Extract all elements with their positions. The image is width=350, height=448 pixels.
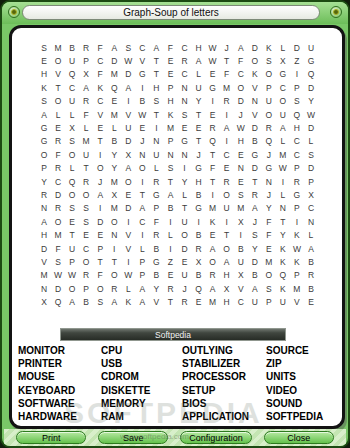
- grid-cell-r12c10[interactable]: A: [163, 188, 177, 201]
- grid-cell-r19c20[interactable]: B: [304, 282, 318, 295]
- grid-cell-r2c13[interactable]: W: [206, 54, 220, 67]
- grid-cell-r9c14[interactable]: C: [220, 148, 234, 161]
- grid-cell-r18c3[interactable]: W: [65, 269, 79, 282]
- grid-cell-r17c4[interactable]: O: [79, 255, 93, 268]
- grid-cell-r10c12[interactable]: G: [192, 162, 206, 175]
- grid-cell-r7c3[interactable]: X: [65, 121, 79, 134]
- grid-cell-r19c3[interactable]: O: [65, 282, 79, 295]
- grid-cell-r19c7[interactable]: L: [121, 282, 135, 295]
- grid-cell-r11c18[interactable]: I: [276, 175, 290, 188]
- grid-cell-r1c8[interactable]: C: [135, 41, 149, 54]
- grid-cell-r1c9[interactable]: A: [149, 41, 163, 54]
- grid-cell-r1c6[interactable]: A: [107, 41, 121, 54]
- grid-cell-r2c11[interactable]: R: [178, 54, 192, 67]
- grid-cell-r13c10[interactable]: B: [163, 202, 177, 215]
- grid-cell-r19c19[interactable]: M: [290, 282, 304, 295]
- grid-cell-r6c12[interactable]: T: [192, 108, 206, 121]
- grid-cell-r20c12[interactable]: E: [192, 295, 206, 308]
- grid-cell-r16c15[interactable]: B: [234, 242, 248, 255]
- grid-cell-r11c14[interactable]: R: [220, 175, 234, 188]
- grid-cell-r17c12[interactable]: X: [192, 255, 206, 268]
- grid-cell-r13c11[interactable]: T: [178, 202, 192, 215]
- grid-cell-r19c17[interactable]: S: [262, 282, 276, 295]
- grid-cell-r16c3[interactable]: U: [65, 242, 79, 255]
- grid-cell-r9c19[interactable]: C: [290, 148, 304, 161]
- grid-cell-r3c10[interactable]: E: [163, 68, 177, 81]
- grid-cell-r19c18[interactable]: K: [276, 282, 290, 295]
- grid-cell-r13c8[interactable]: A: [135, 202, 149, 215]
- grid-cell-r15c11[interactable]: O: [178, 228, 192, 241]
- grid-cell-r4c20[interactable]: D: [304, 81, 318, 94]
- grid-cell-r5c17[interactable]: U: [262, 95, 276, 108]
- grid-cell-r12c8[interactable]: T: [135, 188, 149, 201]
- grid-cell-r10c1[interactable]: P: [37, 162, 51, 175]
- grid-cell-r7c19[interactable]: H: [290, 121, 304, 134]
- grid-cell-r1c10[interactable]: F: [163, 41, 177, 54]
- grid-cell-r4c3[interactable]: C: [65, 81, 79, 94]
- grid-cell-r16c4[interactable]: C: [79, 242, 93, 255]
- grid-cell-r15c5[interactable]: E: [93, 228, 107, 241]
- grid-cell-r13c15[interactable]: M: [234, 202, 248, 215]
- grid-cell-r9c4[interactable]: U: [79, 148, 93, 161]
- grid-cell-r4c9[interactable]: H: [149, 81, 163, 94]
- grid-cell-r14c9[interactable]: F: [149, 215, 163, 228]
- grid-cell-r7c12[interactable]: E: [192, 121, 206, 134]
- grid-cell-r8c8[interactable]: J: [135, 135, 149, 148]
- grid-cell-r13c6[interactable]: M: [107, 202, 121, 215]
- grid-cell-r1c4[interactable]: R: [79, 41, 93, 54]
- grid-cell-r16c16[interactable]: Y: [248, 242, 262, 255]
- grid-cell-r7c1[interactable]: G: [37, 121, 51, 134]
- grid-cell-r2c12[interactable]: A: [192, 54, 206, 67]
- grid-cell-r20c16[interactable]: U: [248, 295, 262, 308]
- grid-cell-r6c4[interactable]: F: [79, 108, 93, 121]
- grid-cell-r11c13[interactable]: T: [206, 175, 220, 188]
- grid-cell-r8c13[interactable]: Q: [206, 135, 220, 148]
- grid-cell-r13c4[interactable]: S: [79, 202, 93, 215]
- grid-cell-r7c20[interactable]: D: [304, 121, 318, 134]
- grid-cell-r2c15[interactable]: F: [234, 54, 248, 67]
- grid-cell-r11c1[interactable]: Y: [37, 175, 51, 188]
- grid-cell-r1c18[interactable]: L: [276, 41, 290, 54]
- grid-cell-r18c7[interactable]: W: [121, 269, 135, 282]
- grid-cell-r17c9[interactable]: G: [149, 255, 163, 268]
- grid-cell-r5c3[interactable]: U: [65, 95, 79, 108]
- grid-cell-r8c7[interactable]: D: [121, 135, 135, 148]
- grid-cell-r14c20[interactable]: N: [304, 215, 318, 228]
- grid-cell-r6c6[interactable]: M: [107, 108, 121, 121]
- grid-cell-r10c11[interactable]: I: [178, 162, 192, 175]
- grid-cell-r18c1[interactable]: M: [37, 269, 51, 282]
- grid-cell-r6c14[interactable]: I: [220, 108, 234, 121]
- grid-cell-r10c4[interactable]: T: [79, 162, 93, 175]
- grid-cell-r15c17[interactable]: F: [262, 228, 276, 241]
- grid-cell-r5c4[interactable]: R: [79, 95, 93, 108]
- grid-cell-r3c2[interactable]: V: [51, 68, 65, 81]
- grid-cell-r4c11[interactable]: N: [178, 81, 192, 94]
- grid-cell-r12c2[interactable]: D: [51, 188, 65, 201]
- grid-cell-r9c1[interactable]: O: [37, 148, 51, 161]
- grid-cell-r3c17[interactable]: O: [262, 68, 276, 81]
- grid-cell-r12c19[interactable]: G: [290, 188, 304, 201]
- grid-cell-r2c16[interactable]: O: [248, 54, 262, 67]
- grid-cell-r3c16[interactable]: K: [248, 68, 262, 81]
- grid-cell-r20c8[interactable]: A: [135, 295, 149, 308]
- grid-cell-r5c11[interactable]: N: [178, 95, 192, 108]
- grid-cell-r1c14[interactable]: J: [220, 41, 234, 54]
- grid-cell-r9c11[interactable]: N: [178, 148, 192, 161]
- grid-cell-r9c17[interactable]: J: [262, 148, 276, 161]
- grid-cell-r10c5[interactable]: O: [93, 162, 107, 175]
- grid-cell-r16c11[interactable]: D: [178, 242, 192, 255]
- grid-cell-r19c15[interactable]: V: [234, 282, 248, 295]
- grid-cell-r17c8[interactable]: P: [135, 255, 149, 268]
- grid-cell-r15c9[interactable]: R: [149, 228, 163, 241]
- grid-cell-r12c5[interactable]: A: [93, 188, 107, 201]
- grid-cell-r1c16[interactable]: D: [248, 41, 262, 54]
- grid-cell-r2c17[interactable]: S: [262, 54, 276, 67]
- grid-cell-r13c9[interactable]: P: [149, 202, 163, 215]
- grid-cell-r15c18[interactable]: Y: [276, 228, 290, 241]
- grid-cell-r3c12[interactable]: L: [192, 68, 206, 81]
- grid-cell-r14c4[interactable]: S: [79, 215, 93, 228]
- grid-cell-r17c19[interactable]: K: [290, 255, 304, 268]
- grid-cell-r17c14[interactable]: A: [220, 255, 234, 268]
- grid-cell-r18c9[interactable]: B: [149, 269, 163, 282]
- grid-cell-r10c14[interactable]: E: [220, 162, 234, 175]
- grid-cell-r19c12[interactable]: Q: [192, 282, 206, 295]
- grid-cell-r19c16[interactable]: A: [248, 282, 262, 295]
- grid-cell-r2c20[interactable]: G: [304, 54, 318, 67]
- grid-cell-r14c6[interactable]: O: [107, 215, 121, 228]
- grid-cell-r6c16[interactable]: V: [248, 108, 262, 121]
- grid-cell-r6c7[interactable]: V: [121, 108, 135, 121]
- grid-cell-r5c19[interactable]: S: [290, 95, 304, 108]
- grid-cell-r15c14[interactable]: T: [220, 228, 234, 241]
- grid-cell-r12c12[interactable]: B: [192, 188, 206, 201]
- grid-cell-r8c9[interactable]: N: [149, 135, 163, 148]
- grid-cell-r11c17[interactable]: N: [262, 175, 276, 188]
- grid-cell-r12c4[interactable]: O: [79, 188, 93, 201]
- grid-cell-r11c11[interactable]: Y: [178, 175, 192, 188]
- grid-cell-r4c18[interactable]: C: [276, 81, 290, 94]
- grid-cell-r2c14[interactable]: T: [220, 54, 234, 67]
- grid-cell-r4c5[interactable]: K: [93, 81, 107, 94]
- grid-cell-r15c7[interactable]: V: [121, 228, 135, 241]
- grid-cell-r3c5[interactable]: F: [93, 68, 107, 81]
- grid-cell-r11c19[interactable]: R: [290, 175, 304, 188]
- grid-cell-r8c4[interactable]: M: [79, 135, 93, 148]
- grid-cell-r5c15[interactable]: D: [234, 95, 248, 108]
- grid-cell-r17c2[interactable]: S: [51, 255, 65, 268]
- grid-cell-r9c10[interactable]: N: [163, 148, 177, 161]
- grid-cell-r20c15[interactable]: C: [234, 295, 248, 308]
- grid-cell-r8c18[interactable]: L: [276, 135, 290, 148]
- grid-cell-r1c1[interactable]: S: [37, 41, 51, 54]
- grid-cell-r7c15[interactable]: W: [234, 121, 248, 134]
- grid-cell-r8c19[interactable]: C: [290, 135, 304, 148]
- grid-cell-r15c19[interactable]: K: [290, 228, 304, 241]
- grid-cell-r1c2[interactable]: M: [51, 41, 65, 54]
- grid-cell-r11c16[interactable]: T: [248, 175, 262, 188]
- grid-cell-r6c1[interactable]: A: [37, 108, 51, 121]
- grid-cell-r6c13[interactable]: E: [206, 108, 220, 121]
- grid-cell-r7c18[interactable]: A: [276, 121, 290, 134]
- grid-cell-r1c3[interactable]: B: [65, 41, 79, 54]
- grid-cell-r12c16[interactable]: R: [248, 188, 262, 201]
- grid-cell-r8c10[interactable]: P: [163, 135, 177, 148]
- grid-cell-r4c19[interactable]: P: [290, 81, 304, 94]
- grid-cell-r13c2[interactable]: R: [51, 202, 65, 215]
- grid-cell-r16c5[interactable]: P: [93, 242, 107, 255]
- grid-cell-r7c7[interactable]: U: [121, 121, 135, 134]
- grid-cell-r3c9[interactable]: T: [149, 68, 163, 81]
- grid-cell-r18c2[interactable]: W: [51, 269, 65, 282]
- grid-cell-r6c2[interactable]: L: [51, 108, 65, 121]
- grid-cell-r8c1[interactable]: G: [37, 135, 51, 148]
- grid-cell-r6c18[interactable]: U: [276, 108, 290, 121]
- grid-cell-r2c6[interactable]: D: [107, 54, 121, 67]
- grid-cell-r14c17[interactable]: F: [262, 215, 276, 228]
- window-control-right[interactable]: [330, 6, 342, 18]
- grid-cell-r19c1[interactable]: N: [37, 282, 51, 295]
- grid-cell-r16c19[interactable]: W: [290, 242, 304, 255]
- grid-cell-r18c4[interactable]: R: [79, 269, 93, 282]
- grid-cell-r14c11[interactable]: U: [178, 215, 192, 228]
- grid-cell-r10c19[interactable]: P: [290, 162, 304, 175]
- grid-cell-r14c8[interactable]: C: [135, 215, 149, 228]
- grid-cell-r20c19[interactable]: V: [290, 295, 304, 308]
- grid-cell-r14c5[interactable]: D: [93, 215, 107, 228]
- grid-cell-r13c1[interactable]: N: [37, 202, 51, 215]
- grid-cell-r14c16[interactable]: J: [248, 215, 262, 228]
- grid-cell-r8c15[interactable]: H: [234, 135, 248, 148]
- grid-cell-r12c14[interactable]: O: [220, 188, 234, 201]
- grid-cell-r10c20[interactable]: D: [304, 162, 318, 175]
- grid-cell-r19c8[interactable]: A: [135, 282, 149, 295]
- grid-cell-r18c14[interactable]: H: [220, 269, 234, 282]
- grid-cell-r13c20[interactable]: C: [304, 202, 318, 215]
- grid-cell-r13c16[interactable]: A: [248, 202, 262, 215]
- grid-cell-r17c10[interactable]: Z: [163, 255, 177, 268]
- grid-cell-r18c15[interactable]: X: [234, 269, 248, 282]
- grid-cell-r20c3[interactable]: A: [65, 295, 79, 308]
- grid-cell-r1c13[interactable]: W: [206, 41, 220, 54]
- grid-cell-r8c17[interactable]: Q: [262, 135, 276, 148]
- grid-cell-r20c18[interactable]: U: [276, 295, 290, 308]
- grid-cell-r17c20[interactable]: B: [304, 255, 318, 268]
- grid-cell-r7c4[interactable]: L: [79, 121, 93, 134]
- grid-cell-r5c18[interactable]: O: [276, 95, 290, 108]
- grid-cell-r6c3[interactable]: L: [65, 108, 79, 121]
- grid-cell-r5c1[interactable]: S: [37, 95, 51, 108]
- close-button[interactable]: Close: [264, 431, 334, 444]
- grid-cell-r9c13[interactable]: T: [206, 148, 220, 161]
- grid-cell-r8c5[interactable]: T: [93, 135, 107, 148]
- grid-cell-r9c20[interactable]: S: [304, 148, 318, 161]
- grid-cell-r11c5[interactable]: J: [93, 175, 107, 188]
- grid-cell-r11c20[interactable]: P: [304, 175, 318, 188]
- grid-cell-r11c2[interactable]: C: [51, 175, 65, 188]
- grid-cell-r17c13[interactable]: O: [206, 255, 220, 268]
- grid-cell-r1c20[interactable]: U: [304, 41, 318, 54]
- grid-cell-r19c10[interactable]: R: [163, 282, 177, 295]
- grid-cell-r6c17[interactable]: O: [262, 108, 276, 121]
- grid-cell-r2c8[interactable]: V: [135, 54, 149, 67]
- grid-cell-r14c1[interactable]: A: [37, 215, 51, 228]
- grid-cell-r20c1[interactable]: X: [37, 295, 51, 308]
- grid-cell-r4c7[interactable]: A: [121, 81, 135, 94]
- save-button[interactable]: Save: [98, 431, 168, 444]
- grid-cell-r9c15[interactable]: E: [234, 148, 248, 161]
- grid-cell-r4c6[interactable]: Q: [107, 81, 121, 94]
- grid-cell-r2c5[interactable]: C: [93, 54, 107, 67]
- grid-cell-r15c3[interactable]: T: [65, 228, 79, 241]
- grid-cell-r9c6[interactable]: Y: [107, 148, 121, 161]
- grid-cell-r17c7[interactable]: I: [121, 255, 135, 268]
- grid-cell-r18c16[interactable]: B: [248, 269, 262, 282]
- grid-cell-r12c18[interactable]: L: [276, 188, 290, 201]
- grid-cell-r19c14[interactable]: X: [220, 282, 234, 295]
- grid-cell-r9c2[interactable]: F: [51, 148, 65, 161]
- grid-cell-r1c11[interactable]: C: [178, 41, 192, 54]
- grid-cell-r2c3[interactable]: U: [65, 54, 79, 67]
- grid-cell-r6c10[interactable]: K: [163, 108, 177, 121]
- grid-cell-r17c16[interactable]: D: [248, 255, 262, 268]
- grid-cell-r7c16[interactable]: D: [248, 121, 262, 134]
- grid-cell-r10c16[interactable]: D: [248, 162, 262, 175]
- grid-cell-r16c18[interactable]: K: [276, 242, 290, 255]
- grid-cell-r19c11[interactable]: J: [178, 282, 192, 295]
- grid-cell-r2c9[interactable]: T: [149, 54, 163, 67]
- grid-cell-r17c18[interactable]: K: [276, 255, 290, 268]
- grid-cell-r3c1[interactable]: H: [37, 68, 51, 81]
- grid-cell-r13c7[interactable]: D: [121, 202, 135, 215]
- grid-cell-r9c3[interactable]: O: [65, 148, 79, 161]
- grid-cell-r1c5[interactable]: F: [93, 41, 107, 54]
- grid-cell-r11c6[interactable]: M: [107, 175, 121, 188]
- grid-cell-r9c16[interactable]: G: [248, 148, 262, 161]
- grid-cell-r13c18[interactable]: N: [276, 202, 290, 215]
- grid-cell-r12c13[interactable]: I: [206, 188, 220, 201]
- grid-cell-r14c19[interactable]: I: [290, 215, 304, 228]
- grid-cell-r6c15[interactable]: J: [234, 108, 248, 121]
- grid-cell-r10c17[interactable]: G: [262, 162, 276, 175]
- grid-cell-r12c1[interactable]: R: [37, 188, 51, 201]
- grid-cell-r15c13[interactable]: E: [206, 228, 220, 241]
- grid-cell-r3c19[interactable]: I: [290, 68, 304, 81]
- grid-cell-r15c6[interactable]: N: [107, 228, 121, 241]
- grid-cell-r10c6[interactable]: Y: [107, 162, 121, 175]
- grid-cell-r5c5[interactable]: C: [93, 95, 107, 108]
- grid-cell-r8c14[interactable]: I: [220, 135, 234, 148]
- print-button[interactable]: Print: [16, 431, 86, 444]
- grid-cell-r18c8[interactable]: P: [135, 269, 149, 282]
- grid-cell-r10c9[interactable]: L: [149, 162, 163, 175]
- grid-cell-r20c5[interactable]: S: [93, 295, 107, 308]
- grid-cell-r20c6[interactable]: A: [107, 295, 121, 308]
- grid-cell-r18c5[interactable]: F: [93, 269, 107, 282]
- grid-cell-r17c11[interactable]: E: [178, 255, 192, 268]
- grid-cell-r5c6[interactable]: E: [107, 95, 121, 108]
- grid-cell-r5c20[interactable]: Y: [304, 95, 318, 108]
- grid-cell-r17c17[interactable]: M: [262, 255, 276, 268]
- grid-cell-r8c20[interactable]: L: [304, 135, 318, 148]
- grid-cell-r9c18[interactable]: M: [276, 148, 290, 161]
- grid-cell-r16c2[interactable]: F: [51, 242, 65, 255]
- grid-cell-r1c12[interactable]: H: [192, 41, 206, 54]
- grid-cell-r16c7[interactable]: V: [121, 242, 135, 255]
- grid-cell-r12c15[interactable]: S: [234, 188, 248, 201]
- grid-cell-r19c9[interactable]: Y: [149, 282, 163, 295]
- grid-cell-r8c11[interactable]: G: [178, 135, 192, 148]
- grid-cell-r16c9[interactable]: B: [149, 242, 163, 255]
- grid-cell-r8c2[interactable]: R: [51, 135, 65, 148]
- grid-cell-r11c4[interactable]: R: [79, 175, 93, 188]
- grid-cell-r19c5[interactable]: O: [93, 282, 107, 295]
- grid-cell-r14c14[interactable]: I: [220, 215, 234, 228]
- grid-cell-r3c13[interactable]: E: [206, 68, 220, 81]
- grid-cell-r3c20[interactable]: Q: [304, 68, 318, 81]
- grid-cell-r14c18[interactable]: T: [276, 215, 290, 228]
- grid-cell-r10c18[interactable]: W: [276, 162, 290, 175]
- grid-cell-r9c5[interactable]: I: [93, 148, 107, 161]
- grid-cell-r4c8[interactable]: I: [135, 81, 149, 94]
- grid-cell-r4c16[interactable]: V: [248, 81, 262, 94]
- grid-cell-r19c13[interactable]: A: [206, 282, 220, 295]
- grid-cell-r20c2[interactable]: Q: [51, 295, 65, 308]
- grid-cell-r2c19[interactable]: Z: [290, 54, 304, 67]
- grid-cell-r11c12[interactable]: H: [192, 175, 206, 188]
- grid-cell-r5c10[interactable]: H: [163, 95, 177, 108]
- grid-cell-r19c4[interactable]: P: [79, 282, 93, 295]
- grid-cell-r20c4[interactable]: B: [79, 295, 93, 308]
- grid-cell-r18c20[interactable]: R: [304, 269, 318, 282]
- grid-cell-r4c1[interactable]: K: [37, 81, 51, 94]
- grid-cell-r9c8[interactable]: N: [135, 148, 149, 161]
- grid-cell-r2c2[interactable]: O: [51, 54, 65, 67]
- grid-cell-r15c15[interactable]: I: [234, 228, 248, 241]
- grid-cell-r11c7[interactable]: O: [121, 175, 135, 188]
- grid-cell-r2c7[interactable]: W: [121, 54, 135, 67]
- grid-cell-r15c10[interactable]: L: [163, 228, 177, 241]
- grid-cell-r12c20[interactable]: X: [304, 188, 318, 201]
- grid-cell-r6c8[interactable]: W: [135, 108, 149, 121]
- grid-cell-r18c11[interactable]: U: [178, 269, 192, 282]
- grid-cell-r4c4[interactable]: A: [79, 81, 93, 94]
- grid-cell-r2c4[interactable]: P: [79, 54, 93, 67]
- grid-cell-r11c9[interactable]: R: [149, 175, 163, 188]
- grid-cell-r7c10[interactable]: M: [163, 121, 177, 134]
- grid-cell-r1c15[interactable]: A: [234, 41, 248, 54]
- grid-cell-r11c3[interactable]: Q: [65, 175, 79, 188]
- grid-cell-r16c8[interactable]: L: [135, 242, 149, 255]
- grid-cell-r17c6[interactable]: T: [107, 255, 121, 268]
- grid-cell-r14c7[interactable]: I: [121, 215, 135, 228]
- window-control-left[interactable]: [8, 6, 20, 18]
- grid-cell-r5c7[interactable]: I: [121, 95, 135, 108]
- grid-cell-r18c13[interactable]: R: [206, 269, 220, 282]
- grid-cell-r3c15[interactable]: C: [234, 68, 248, 81]
- grid-cell-r17c3[interactable]: P: [65, 255, 79, 268]
- grid-cell-r11c8[interactable]: I: [135, 175, 149, 188]
- grid-cell-r13c13[interactable]: M: [206, 202, 220, 215]
- grid-cell-r15c2[interactable]: M: [51, 228, 65, 241]
- grid-cell-r7c17[interactable]: R: [262, 121, 276, 134]
- grid-cell-r10c2[interactable]: R: [51, 162, 65, 175]
- grid-cell-r20c7[interactable]: K: [121, 295, 135, 308]
- grid-cell-r18c6[interactable]: O: [107, 269, 121, 282]
